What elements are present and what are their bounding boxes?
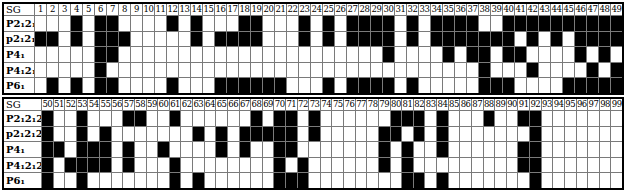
grid-cell-sg21-row1-empty [275, 32, 286, 47]
grid-cell-sg96-row2-empty [577, 142, 588, 157]
grid-cell-sg35-row4-empty [443, 78, 454, 93]
grid-cell-sg58-row4-empty [135, 173, 146, 188]
grid-cell-sg82-row4-filled [414, 173, 425, 188]
grid-cell-sg36-row2-empty [455, 47, 466, 62]
grid-cell-sg27-row1-filled [347, 32, 358, 47]
grid-cell-sg95-row1-empty [565, 127, 576, 142]
grid-cell-sg40-row4-filled [503, 78, 514, 93]
grid-cell-sg58-row1-empty [135, 127, 146, 142]
grid-cell-sg3-row4-empty [59, 78, 70, 93]
grid-cell-sg65-row3-empty [216, 158, 227, 173]
grid-cell-sg60-row1-empty [158, 127, 169, 142]
grid-cell-sg47-row0-filled [587, 16, 598, 31]
grid-cell-sg95-row0-empty [565, 111, 576, 126]
grid-cell-sg16-row1-filled [215, 32, 226, 47]
grid-cell-sg70-row3-filled [274, 158, 285, 173]
grid-cell-sg51-row4-empty [54, 173, 65, 188]
grid-cell-sg88-row3-empty [484, 158, 495, 173]
grid-cell-sg14-row1-filled [191, 32, 202, 47]
grid-cell-sg65-row2-filled [216, 142, 227, 157]
grid-cell-sg88-row1-empty [484, 127, 495, 142]
grid-cell-sg38-row4-filled [479, 78, 490, 93]
grid-cell-sg68-row0-filled [251, 111, 262, 126]
column-header-94: 94 [553, 99, 564, 110]
column-header-39: 39 [491, 4, 502, 15]
grid-cell-sg79-row2-filled [379, 142, 390, 157]
grid-cell-sg85-row4-empty [449, 173, 460, 188]
grid-cell-sg11-row1-empty [155, 32, 166, 47]
column-header-24: 24 [311, 4, 322, 15]
grid-cell-sg85-row0-empty [449, 111, 460, 126]
column-header-2: 2 [47, 4, 58, 15]
grid-cell-sg49-row2-empty [611, 47, 622, 62]
grid-cell-sg83-row1-empty [425, 127, 436, 142]
grid-cell-sg76-row0-empty [344, 111, 355, 126]
grid-cell-sg55-row4-empty [100, 173, 111, 188]
grid-cell-sg20-row4-filled [263, 78, 274, 93]
grid-cell-sg71-row1-filled [286, 127, 297, 142]
column-header-50: 50 [42, 99, 53, 110]
grid-cell-sg35-row1-filled [443, 32, 454, 47]
grid-cell-sg7-row0-filled [107, 16, 118, 31]
grid-cell-sg39-row2-empty [491, 47, 502, 62]
grid-cell-sg73-row3-empty [309, 158, 320, 173]
grid-cell-sg39-row0-empty [491, 16, 502, 31]
grid-cell-sg34-row4-empty [431, 78, 442, 93]
grid-cell-sg61-row1-empty [170, 127, 181, 142]
grid-cell-sg10-row1-empty [143, 32, 154, 47]
column-header-70: 70 [274, 99, 285, 110]
grid-cell-sg58-row3-empty [135, 158, 146, 173]
grid-cell-sg55-row1-filled [100, 127, 111, 142]
grid-cell-sg32-row2-empty [407, 47, 418, 62]
grid-cell-sg97-row2-empty [588, 142, 599, 157]
column-header-83: 83 [425, 99, 436, 110]
grid-cell-sg48-row1-filled [599, 32, 610, 47]
row-label-3: P4₁2₁2 [4, 158, 41, 173]
grid-cell-sg56-row2-empty [112, 142, 123, 157]
grid-cell-sg68-row4-empty [251, 173, 262, 188]
grid-cell-sg18-row4-filled [239, 78, 250, 93]
grid-cell-sg90-row3-empty [507, 158, 518, 173]
grid-cell-sg55-row3-filled [100, 158, 111, 173]
grid-cell-sg57-row4-empty [123, 173, 134, 188]
grid-cell-sg52-row0-empty [65, 111, 76, 126]
grid-cell-sg24-row0-empty [311, 16, 322, 31]
grid-cell-sg73-row0-filled [309, 111, 320, 126]
grid-cell-sg5-row3-empty [83, 63, 94, 78]
grid-cell-sg20-row2-empty [263, 47, 274, 62]
grid-cell-sg29-row4-filled [371, 78, 382, 93]
grid-cell-sg43-row1-empty [539, 32, 550, 47]
column-header-56: 56 [112, 99, 123, 110]
column-header-85: 85 [449, 99, 460, 110]
grid-cell-sg49-row0-filled [611, 16, 622, 31]
grid-cell-sg82-row3-empty [414, 158, 425, 173]
column-header-1: 1 [35, 4, 46, 15]
column-header-95: 95 [565, 99, 576, 110]
grid-cell-sg54-row4-empty [88, 173, 99, 188]
column-header-32: 32 [407, 4, 418, 15]
grid-cell-sg50-row1-filled [42, 127, 53, 142]
grid-cell-sg25-row2-empty [323, 47, 334, 62]
grid-cell-sg95-row4-empty [565, 173, 576, 188]
grid-cell-sg11-row2-empty [155, 47, 166, 62]
grid-cell-sg7-row4-filled [107, 78, 118, 93]
grid-cell-sg71-row4-filled [286, 173, 297, 188]
grid-cell-sg40-row1-filled [503, 32, 514, 47]
grid-cell-sg41-row3-empty [515, 63, 526, 78]
grid-cell-sg15-row3-empty [203, 63, 214, 78]
grid-cell-sg60-row0-empty [158, 111, 169, 126]
grid-cell-sg37-row0-filled [467, 16, 478, 31]
grid-cell-sg34-row1-filled [431, 32, 442, 47]
grid-cell-sg4-row4-filled [71, 78, 82, 93]
grid-cell-sg19-row3-empty [251, 63, 262, 78]
grid-cell-sg16-row2-empty [215, 47, 226, 62]
grid-cell-sg96-row3-empty [577, 158, 588, 173]
grid-cell-sg80-row2-empty [391, 142, 402, 157]
row-label-4: P6₁ [4, 78, 34, 93]
grid-cell-sg81-row3-filled [402, 158, 413, 173]
grid-cell-sg20-row1-empty [263, 32, 274, 47]
column-header-45: 45 [563, 4, 574, 15]
grid-cell-sg98-row1-empty [600, 127, 611, 142]
grid-cell-sg6-row3-filled [95, 63, 106, 78]
grid-cell-sg83-row0-empty [425, 111, 436, 126]
column-header-84: 84 [437, 99, 448, 110]
grid-cell-sg67-row4-empty [240, 173, 251, 188]
grid-cell-sg99-row0-empty [611, 111, 622, 126]
grid-cell-sg1-row4-empty [35, 78, 46, 93]
grid-cell-sg41-row1-empty [515, 32, 526, 47]
column-header-43: 43 [539, 4, 550, 15]
grid-cell-sg60-row2-filled [158, 142, 169, 157]
grid-cell-sg2-row3-empty [47, 63, 58, 78]
grid-cell-sg92-row2-filled [530, 142, 541, 157]
grid-cell-sg94-row1-empty [553, 127, 564, 142]
grid-cell-sg92-row0-filled [530, 111, 541, 126]
grid-cell-sg66-row0-empty [228, 111, 239, 126]
grid-cell-sg53-row0-filled [77, 111, 88, 126]
grid-cell-sg4-row0-filled [71, 16, 82, 31]
grid-cell-sg38-row0-empty [479, 16, 490, 31]
grid-cell-sg8-row4-empty [119, 78, 130, 93]
grid-cell-sg73-row4-empty [309, 173, 320, 188]
grid-cell-sg13-row0-empty [179, 16, 190, 31]
grid-cell-sg68-row3-empty [251, 158, 262, 173]
grid-cell-sg56-row4-empty [112, 173, 123, 188]
grid-cell-sg68-row2-empty [251, 142, 262, 157]
grid-cell-sg15-row0-empty [203, 16, 214, 31]
grid-cell-sg23-row2-empty [299, 47, 310, 62]
grid-cell-sg51-row2-filled [54, 142, 65, 157]
grid-cell-sg63-row0-empty [193, 111, 204, 126]
grid-cell-sg66-row3-empty [228, 158, 239, 173]
column-header-87: 87 [472, 99, 483, 110]
column-header-13: 13 [179, 4, 190, 15]
grid-cell-sg28-row0-filled [359, 16, 370, 31]
grid-cell-sg31-row3-empty [395, 63, 406, 78]
column-header-18: 18 [239, 4, 250, 15]
grid-cell-sg81-row1-empty [402, 127, 413, 142]
grid-cell-sg17-row1-filled [227, 32, 238, 47]
grid-cell-sg62-row1-empty [181, 127, 192, 142]
grid-cell-sg57-row2-filled [123, 142, 134, 157]
grid-cell-sg28-row1-filled [359, 32, 370, 47]
grid-cell-sg55-row2-filled [100, 142, 111, 157]
grid-cell-sg75-row0-empty [332, 111, 343, 126]
grid-cell-sg47-row4-filled [587, 78, 598, 93]
grid-cell-sg41-row0-filled [515, 16, 526, 31]
grid-cell-sg74-row1-empty [321, 127, 332, 142]
column-header-64: 64 [205, 99, 216, 110]
grid-cell-sg3-row2-empty [59, 47, 70, 62]
grid-cell-sg94-row0-empty [553, 111, 564, 126]
grid-cell-sg29-row0-filled [371, 16, 382, 31]
grid-cell-sg64-row1-empty [205, 127, 216, 142]
grid-cell-sg22-row4-empty [287, 78, 298, 93]
grid-cell-sg33-row1-empty [419, 32, 430, 47]
corner-label: SG [4, 4, 34, 15]
grid-cell-sg85-row1-empty [449, 127, 460, 142]
grid-cell-sg88-row2-empty [484, 142, 495, 157]
grid-cell-sg80-row1-filled [391, 127, 402, 142]
grid-cell-sg63-row1-filled [193, 127, 204, 142]
column-header-5: 5 [83, 4, 94, 15]
grid-cell-sg89-row1-empty [495, 127, 506, 142]
grid-cell-sg90-row4-empty [507, 173, 518, 188]
grid-cell-sg65-row1-filled [216, 127, 227, 142]
grid-cell-sg82-row0-filled [414, 111, 425, 126]
grid-cell-sg51-row1-empty [54, 127, 65, 142]
grid-cell-sg30-row4-filled [383, 78, 394, 93]
grid-cell-sg56-row0-empty [112, 111, 123, 126]
column-header-92: 92 [530, 99, 541, 110]
grid-cell-sg29-row2-empty [371, 47, 382, 62]
grid-cell-sg58-row0-filled [135, 111, 146, 126]
grid-cell-sg47-row2-empty [587, 47, 598, 62]
grid-cell-sg1-row1-filled [35, 32, 46, 47]
grid-cell-sg84-row0-filled [437, 111, 448, 126]
grid-cell-sg5-row2-empty [83, 47, 94, 62]
grid-cell-sg51-row3-empty [54, 158, 65, 173]
grid-cell-sg59-row1-empty [147, 127, 158, 142]
grid-cell-sg67-row3-empty [240, 158, 251, 173]
grid-cell-sg76-row1-empty [344, 127, 355, 142]
grid-cell-sg6-row2-filled [95, 47, 106, 62]
table-sg-1-49: SG12345678910111213141516171819202122232… [2, 2, 624, 95]
grid-cell-sg77-row0-empty [356, 111, 367, 126]
grid-cell-sg80-row0-filled [391, 111, 402, 126]
grid-cell-sg95-row2-empty [565, 142, 576, 157]
grid-cell-sg37-row1-filled [467, 32, 478, 47]
grid-cell-sg6-row1-filled [95, 32, 106, 47]
grid-cell-sg13-row3-empty [179, 63, 190, 78]
grid-cell-sg24-row2-empty [311, 47, 322, 62]
column-header-9: 9 [131, 4, 142, 15]
grid-cell-sg84-row2-filled [437, 142, 448, 157]
grid-cell-sg70-row1-filled [274, 127, 285, 142]
column-header-20: 20 [263, 4, 274, 15]
grid-cell-sg9-row0-empty [131, 16, 142, 31]
grid-cell-sg21-row4-filled [275, 78, 286, 93]
column-header-4: 4 [71, 4, 82, 15]
column-header-78: 78 [367, 99, 378, 110]
column-header-27: 27 [347, 4, 358, 15]
grid-cell-sg97-row0-empty [588, 111, 599, 126]
grid-cell-sg18-row3-empty [239, 63, 250, 78]
grid-cell-sg63-row2-empty [193, 142, 204, 157]
grid-cell-sg45-row1-empty [563, 32, 574, 47]
grid-cell-sg59-row4-empty [147, 173, 158, 188]
grid-cell-sg22-row2-empty [287, 47, 298, 62]
grid-cell-sg46-row0-filled [575, 16, 586, 31]
grid-cell-sg15-row1-empty [203, 32, 214, 47]
grid-cell-sg35-row0-filled [443, 16, 454, 31]
grid-cell-sg26-row0-empty [335, 16, 346, 31]
column-header-41: 41 [515, 4, 526, 15]
grid-cell-sg69-row1-filled [263, 127, 274, 142]
grid-cell-sg48-row4-filled [599, 78, 610, 93]
grid-cell-sg93-row3-empty [542, 158, 553, 173]
grid-cell-sg86-row1-empty [460, 127, 471, 142]
grid-cell-sg75-row4-empty [332, 173, 343, 188]
grid-cell-sg62-row2-empty [181, 142, 192, 157]
grid-cell-sg90-row2-empty [507, 142, 518, 157]
grid-cell-sg50-row3-filled [42, 158, 53, 173]
grid-cell-sg34-row0-filled [431, 16, 442, 31]
grid-cell-sg12-row2-empty [167, 47, 178, 62]
grid-cell-sg11-row4-empty [155, 78, 166, 93]
grid-cell-sg43-row4-empty [539, 78, 550, 93]
grid-cell-sg2-row1-filled [47, 32, 58, 47]
grid-cell-sg44-row0-filled [551, 16, 562, 31]
column-header-33: 33 [419, 4, 430, 15]
grid-cell-sg74-row0-empty [321, 111, 332, 126]
column-header-34: 34 [431, 4, 442, 15]
grid-cell-sg99-row3-empty [611, 158, 622, 173]
grid-cell-sg70-row2-filled [274, 142, 285, 157]
grid-cell-sg62-row0-empty [181, 111, 192, 126]
grid-cell-sg44-row4-empty [551, 78, 562, 93]
grid-cell-sg72-row0-empty [298, 111, 309, 126]
grid-cell-sg12-row3-empty [167, 63, 178, 78]
grid-cell-sg10-row4-empty [143, 78, 154, 93]
grid-cell-sg78-row1-empty [367, 127, 378, 142]
grid-cell-sg42-row4-empty [527, 78, 538, 93]
grid-cell-sg76-row3-empty [344, 158, 355, 173]
grid-cell-sg15-row4-empty [203, 78, 214, 93]
column-header-58: 58 [135, 99, 146, 110]
grid-cell-sg61-row4-filled [170, 173, 181, 188]
column-header-54: 54 [88, 99, 99, 110]
grid-cell-sg93-row1-empty [542, 127, 553, 142]
grid-cell-sg4-row3-empty [71, 63, 82, 78]
grid-cell-sg52-row2-empty [65, 142, 76, 157]
grid-cell-sg77-row2-empty [356, 142, 367, 157]
column-header-38: 38 [479, 4, 490, 15]
grid-cell-sg10-row2-empty [143, 47, 154, 62]
grid-cell-sg36-row0-filled [455, 16, 466, 31]
grid-cell-sg18-row1-filled [239, 32, 250, 47]
column-header-11: 11 [155, 4, 166, 15]
grid-cell-sg41-row2-filled [515, 47, 526, 62]
grid-cell-sg22-row0-empty [287, 16, 298, 31]
column-header-72: 72 [298, 99, 309, 110]
grid-cell-sg6-row0-filled [95, 16, 106, 31]
column-header-88: 88 [484, 99, 495, 110]
grid-cell-sg19-row2-empty [251, 47, 262, 62]
grid-cell-sg34-row3-empty [431, 63, 442, 78]
grid-cell-sg62-row4-empty [181, 173, 192, 188]
grid-cell-sg58-row2-empty [135, 142, 146, 157]
grid-cell-sg36-row4-empty [455, 78, 466, 93]
grid-cell-sg8-row0-empty [119, 16, 130, 31]
row-label-1: p2₁2₁2₁ [4, 32, 34, 47]
grid-cell-sg74-row2-empty [321, 142, 332, 157]
grid-cell-sg47-row3-filled [587, 63, 598, 78]
column-header-8: 8 [119, 4, 130, 15]
grid-cell-sg3-row3-empty [59, 63, 70, 78]
grid-cell-sg79-row4-empty [379, 173, 390, 188]
column-header-55: 55 [100, 99, 111, 110]
column-header-69: 69 [263, 99, 274, 110]
grid-cell-sg46-row1-filled [575, 32, 586, 47]
column-header-82: 82 [414, 99, 425, 110]
grid-cell-sg49-row4-filled [611, 78, 622, 93]
column-header-53: 53 [77, 99, 88, 110]
grid-cell-sg75-row3-empty [332, 158, 343, 173]
grid-cell-sg91-row4-empty [518, 173, 529, 188]
grid-cell-sg98-row2-empty [600, 142, 611, 157]
grid-cell-sg83-row2-empty [425, 142, 436, 157]
grid-cell-sg75-row1-empty [332, 127, 343, 142]
grid-cell-sg94-row4-empty [553, 173, 564, 188]
grid-cell-sg41-row4-empty [515, 78, 526, 93]
grid-cell-sg78-row3-empty [367, 158, 378, 173]
grid-cell-sg52-row4-empty [65, 173, 76, 188]
grid-cell-sg53-row4-filled [77, 173, 88, 188]
column-header-42: 42 [527, 4, 538, 15]
grid-cell-sg36-row3-empty [455, 63, 466, 78]
grid-cell-sg99-row4-empty [611, 173, 622, 188]
grid-cell-sg70-row0-filled [274, 111, 285, 126]
grid-cell-sg86-row0-empty [460, 111, 471, 126]
column-header-63: 63 [193, 99, 204, 110]
grid-cell-sg81-row0-filled [402, 111, 413, 126]
grid-cell-sg49-row1-filled [611, 32, 622, 47]
grid-cell-sg77-row1-empty [356, 127, 367, 142]
column-header-6: 6 [95, 4, 106, 15]
grid-cell-sg32-row1-filled [407, 32, 418, 47]
row-label-2: P4₁ [4, 47, 34, 62]
grid-cell-sg43-row0-filled [539, 16, 550, 31]
grid-cell-sg61-row3-filled [170, 158, 181, 173]
grid-cell-sg67-row1-filled [240, 127, 251, 142]
grid-cell-sg82-row1-filled [414, 127, 425, 142]
grid-cell-sg60-row3-empty [158, 158, 169, 173]
grid-cell-sg27-row4-filled [347, 78, 358, 93]
grid-cell-sg53-row2-filled [77, 142, 88, 157]
grid-cell-sg39-row3-empty [491, 63, 502, 78]
grid-cell-sg87-row1-empty [472, 127, 483, 142]
grid-cell-sg92-row1-filled [530, 127, 541, 142]
column-header-68: 68 [251, 99, 262, 110]
grid-cell-sg8-row3-empty [119, 63, 130, 78]
grid-cell-sg56-row1-empty [112, 127, 123, 142]
grid-cell-sg50-row2-filled [42, 142, 53, 157]
